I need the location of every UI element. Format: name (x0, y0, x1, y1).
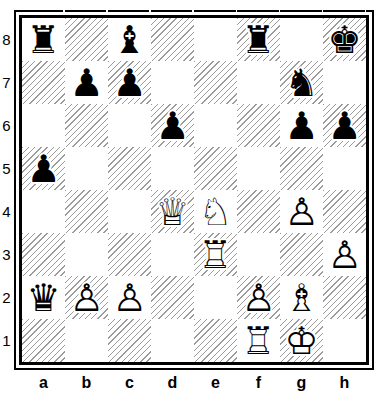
square-d4[interactable]: ♛♕ (151, 190, 194, 233)
rank-label-8: 8 (0, 18, 13, 61)
piece-halo: ♛ (151, 190, 194, 233)
square-g6[interactable]: ♟♟ (280, 104, 323, 147)
file-label-h: h (323, 373, 366, 392)
white-rook: ♖ (194, 233, 237, 276)
square-a8[interactable]: ♜♜ (22, 18, 65, 61)
file-label-a: a (22, 373, 65, 392)
white-king: ♔ (280, 319, 323, 362)
piece-halo: ♟ (65, 276, 108, 319)
square-b4[interactable] (65, 190, 108, 233)
file-label-d: d (151, 373, 194, 392)
square-e7[interactable] (194, 61, 237, 104)
square-e4[interactable]: ♞♘ (194, 190, 237, 233)
square-a3[interactable] (22, 233, 65, 276)
square-e5[interactable] (194, 147, 237, 190)
square-h7[interactable] (323, 61, 366, 104)
square-g8[interactable] (280, 18, 323, 61)
piece-halo: ♟ (108, 276, 151, 319)
black-pawn: ♟ (22, 147, 65, 190)
white-pawn: ♙ (65, 276, 108, 319)
rank-label-3: 3 (0, 233, 13, 276)
piece-halo: ♜ (22, 18, 65, 61)
square-d5[interactable] (151, 147, 194, 190)
square-a2[interactable]: ♛♛ (22, 276, 65, 319)
piece-halo: ♜ (237, 18, 280, 61)
square-d7[interactable] (151, 61, 194, 104)
white-queen: ♕ (151, 190, 194, 233)
black-knight: ♞ (280, 61, 323, 104)
file-label-e: e (194, 373, 237, 392)
piece-halo: ♟ (65, 61, 108, 104)
piece-halo: ♚ (323, 18, 366, 61)
square-a6[interactable] (22, 104, 65, 147)
square-d1[interactable] (151, 319, 194, 362)
rank-label-2: 2 (0, 276, 13, 319)
black-rook: ♜ (237, 18, 280, 61)
white-pawn: ♙ (108, 276, 151, 319)
chess-diagram: ♜♜♝♝♜♜♚♚♟♟♟♟♞♞♟♟♟♟♟♟♟♟♛♕♞♘♟♙♜♖♟♙♛♛♟♙♟♙♟♙… (0, 0, 387, 394)
piece-halo: ♝ (108, 18, 151, 61)
piece-halo: ♝ (280, 276, 323, 319)
square-c3[interactable] (108, 233, 151, 276)
rank-label-5: 5 (0, 147, 13, 190)
square-c4[interactable] (108, 190, 151, 233)
square-d2[interactable] (151, 276, 194, 319)
file-label-f: f (237, 373, 280, 392)
square-h8[interactable]: ♚♚ (323, 18, 366, 61)
square-c6[interactable] (108, 104, 151, 147)
square-e8[interactable] (194, 18, 237, 61)
piece-halo: ♟ (323, 233, 366, 276)
square-e3[interactable]: ♜♖ (194, 233, 237, 276)
chess-board: ♜♜♝♝♜♜♚♚♟♟♟♟♞♞♟♟♟♟♟♟♟♟♛♕♞♘♟♙♜♖♟♙♛♛♟♙♟♙♟♙… (22, 18, 366, 362)
square-g7[interactable]: ♞♞ (280, 61, 323, 104)
square-b8[interactable] (65, 18, 108, 61)
piece-halo: ♜ (237, 319, 280, 362)
file-label-c: c (108, 373, 151, 392)
piece-halo: ♟ (151, 104, 194, 147)
square-f7[interactable] (237, 61, 280, 104)
square-h2[interactable] (323, 276, 366, 319)
square-a5[interactable]: ♟♟ (22, 147, 65, 190)
rank-label-6: 6 (0, 104, 13, 147)
rank-label-1: 1 (0, 319, 13, 362)
square-f5[interactable] (237, 147, 280, 190)
black-pawn: ♟ (108, 61, 151, 104)
square-d6[interactable]: ♟♟ (151, 104, 194, 147)
black-pawn: ♟ (65, 61, 108, 104)
piece-halo: ♟ (22, 147, 65, 190)
white-pawn: ♙ (280, 190, 323, 233)
square-a1[interactable] (22, 319, 65, 362)
piece-halo: ♚ (280, 319, 323, 362)
square-f6[interactable] (237, 104, 280, 147)
square-b5[interactable] (65, 147, 108, 190)
square-f1[interactable]: ♜♖ (237, 319, 280, 362)
black-rook: ♜ (22, 18, 65, 61)
square-c2[interactable]: ♟♙ (108, 276, 151, 319)
square-g5[interactable] (280, 147, 323, 190)
square-g4[interactable]: ♟♙ (280, 190, 323, 233)
square-b2[interactable]: ♟♙ (65, 276, 108, 319)
piece-halo: ♞ (280, 61, 323, 104)
square-h3[interactable]: ♟♙ (323, 233, 366, 276)
square-a7[interactable] (22, 61, 65, 104)
piece-halo: ♟ (237, 276, 280, 319)
square-e6[interactable] (194, 104, 237, 147)
square-e1[interactable] (194, 319, 237, 362)
square-c5[interactable] (108, 147, 151, 190)
white-rook: ♖ (237, 319, 280, 362)
piece-halo: ♟ (280, 190, 323, 233)
piece-halo: ♟ (108, 61, 151, 104)
square-h1[interactable] (323, 319, 366, 362)
square-c1[interactable] (108, 319, 151, 362)
white-bishop: ♗ (280, 276, 323, 319)
square-h4[interactable] (323, 190, 366, 233)
black-pawn: ♟ (151, 104, 194, 147)
file-label-g: g (280, 373, 323, 392)
piece-halo: ♞ (194, 190, 237, 233)
white-pawn: ♙ (237, 276, 280, 319)
black-pawn: ♟ (280, 104, 323, 147)
square-b3[interactable] (65, 233, 108, 276)
square-b6[interactable] (65, 104, 108, 147)
rank-label-7: 7 (0, 61, 13, 104)
square-f2[interactable]: ♟♙ (237, 276, 280, 319)
square-g3[interactable] (280, 233, 323, 276)
square-f8[interactable]: ♜♜ (237, 18, 280, 61)
square-a4[interactable] (22, 190, 65, 233)
piece-halo: ♛ (22, 276, 65, 319)
square-f4[interactable] (237, 190, 280, 233)
square-e2[interactable] (194, 276, 237, 319)
square-g1[interactable]: ♚♔ (280, 319, 323, 362)
square-f3[interactable] (237, 233, 280, 276)
file-label-b: b (65, 373, 108, 392)
square-c7[interactable]: ♟♟ (108, 61, 151, 104)
white-pawn: ♙ (323, 233, 366, 276)
black-pawn: ♟ (323, 104, 366, 147)
square-g2[interactable]: ♝♗ (280, 276, 323, 319)
square-d3[interactable] (151, 233, 194, 276)
black-king: ♚ (323, 18, 366, 61)
square-h5[interactable] (323, 147, 366, 190)
black-bishop: ♝ (108, 18, 151, 61)
square-h6[interactable]: ♟♟ (323, 104, 366, 147)
piece-halo: ♟ (323, 104, 366, 147)
piece-halo: ♜ (194, 233, 237, 276)
square-b7[interactable]: ♟♟ (65, 61, 108, 104)
white-knight: ♘ (194, 190, 237, 233)
rank-label-4: 4 (0, 190, 13, 233)
frame-seam-ticks (22, 10, 366, 12)
square-d8[interactable] (151, 18, 194, 61)
square-b1[interactable] (65, 319, 108, 362)
black-queen: ♛ (22, 276, 65, 319)
piece-halo: ♟ (280, 104, 323, 147)
square-c8[interactable]: ♝♝ (108, 18, 151, 61)
